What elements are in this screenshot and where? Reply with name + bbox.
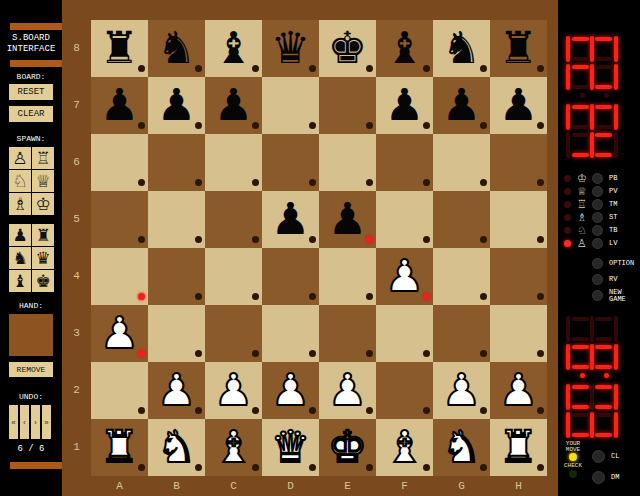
square-corner-led <box>252 464 259 471</box>
function-row-pv: ♕PV <box>558 185 640 198</box>
king-icon: ♔ <box>575 172 589 185</box>
rv-button-label: RV <box>609 273 640 286</box>
new-game-button[interactable] <box>592 290 603 301</box>
square-e7[interactable] <box>319 77 376 134</box>
square-f6[interactable] <box>376 134 433 191</box>
rank-label-2: 2 <box>62 362 91 419</box>
square-g2[interactable]: ♟ <box>433 362 490 419</box>
app-title-line1: S.BOARD <box>0 33 62 43</box>
square-e3[interactable] <box>319 305 376 362</box>
function-row-option: OPTION <box>558 257 640 270</box>
square-a1[interactable]: ♜ <box>91 419 148 476</box>
square-corner-led <box>138 65 145 72</box>
knight-icon: ♘ <box>575 224 589 237</box>
square-b8[interactable]: ♞ <box>148 20 205 77</box>
tm-button[interactable] <box>592 199 603 210</box>
square-e5[interactable]: ♟ <box>319 191 376 248</box>
square-corner-led <box>138 293 145 300</box>
square-f4[interactable]: ♟ <box>376 248 433 305</box>
square-corner-led <box>366 179 373 186</box>
square-e6[interactable] <box>319 134 376 191</box>
square-f5[interactable] <box>376 191 433 248</box>
square-corner-led <box>252 407 259 414</box>
square-corner-led <box>423 179 430 186</box>
square-corner-led <box>537 122 544 129</box>
square-a3[interactable]: ♟ <box>91 305 148 362</box>
square-corner-led <box>309 293 316 300</box>
square-f8[interactable]: ♝ <box>376 20 433 77</box>
option-button-label: OPTION <box>609 257 640 270</box>
pb-button-label: PB <box>609 172 640 185</box>
square-h5[interactable] <box>490 191 547 248</box>
square-h6[interactable] <box>490 134 547 191</box>
square-h1[interactable]: ♜ <box>490 419 547 476</box>
square-corner-led <box>195 122 202 129</box>
rank-label-6: 6 <box>62 134 91 191</box>
function-row-st: ♗ST <box>558 211 640 224</box>
square-corner-led <box>537 65 544 72</box>
chess-computer-app: S.BOARD INTERFACE BOARD: RESET CLEAR SPA… <box>0 0 640 496</box>
board-frame: 87654321 ♜♞♝♛♚♝♞♜♟♟♟♟♟♟♟♟♟♟♟♟♟♟♟♟♜♞♝♛♚♝♞… <box>62 0 558 496</box>
square-corner-led <box>480 407 487 414</box>
square-corner-led <box>480 350 487 357</box>
spawn-palette-white: ♙♖♘♕♗♔ <box>9 147 54 215</box>
square-corner-led <box>480 122 487 129</box>
square-corner-led <box>537 350 544 357</box>
square-a6[interactable] <box>91 134 148 191</box>
square-corner-led <box>252 179 259 186</box>
spawn-black-bishop[interactable]: ♝ <box>9 270 31 292</box>
square-f1[interactable]: ♝ <box>376 419 433 476</box>
your-move-led <box>569 453 577 461</box>
clear-button[interactable]: CLEAR <box>9 106 53 122</box>
square-e8[interactable]: ♚ <box>319 20 376 77</box>
square-g6[interactable] <box>433 134 490 191</box>
square-g3[interactable] <box>433 305 490 362</box>
square-a8[interactable]: ♜ <box>91 20 148 77</box>
tb-button[interactable] <box>592 225 603 236</box>
square-d1[interactable]: ♛ <box>262 419 319 476</box>
st-button-label: ST <box>609 211 640 224</box>
redo-button[interactable]: › <box>31 405 40 439</box>
rank-label-8: 8 <box>62 20 91 77</box>
display-colon <box>566 92 618 100</box>
square-d3[interactable] <box>262 305 319 362</box>
function-row-tm: ♖TM <box>558 198 640 211</box>
square-corner-led <box>309 179 316 186</box>
square-corner-led <box>138 407 145 414</box>
tb-led <box>564 227 571 234</box>
rank-label-5: 5 <box>62 191 91 248</box>
square-c1[interactable]: ♝ <box>205 419 262 476</box>
square-corner-led <box>195 236 202 243</box>
rank-label-3: 3 <box>62 305 91 362</box>
tb-button-label: TB <box>609 224 640 237</box>
pawn-icon: ♙ <box>575 237 589 250</box>
square-d4[interactable] <box>262 248 319 305</box>
function-row-new-game: NEW GAME <box>558 289 640 309</box>
square-corner-led <box>138 179 145 186</box>
square-c3[interactable] <box>205 305 262 362</box>
square-a2[interactable] <box>91 362 148 419</box>
cl-button-label: CL <box>611 450 640 463</box>
spawn-white-bishop[interactable]: ♗ <box>9 193 31 215</box>
square-e1[interactable]: ♚ <box>319 419 376 476</box>
display-digit-E <box>566 36 618 62</box>
square-c7[interactable]: ♟ <box>205 77 262 134</box>
redo-to-end-button[interactable]: » <box>42 405 51 439</box>
square-corner-led <box>138 350 145 357</box>
new-game-button-label: NEW GAME <box>609 289 640 303</box>
file-label-a: A <box>91 476 148 496</box>
square-h2[interactable]: ♟ <box>490 362 547 419</box>
display-digit-blank <box>566 316 618 342</box>
square-b2[interactable]: ♟ <box>148 362 205 419</box>
board-section-label: BOARD: <box>0 72 62 81</box>
square-corner-led <box>138 464 145 471</box>
square-d6[interactable] <box>262 134 319 191</box>
function-row-pb: ♔PB <box>558 172 640 185</box>
pv-button[interactable] <box>592 186 603 197</box>
square-corner-led <box>309 236 316 243</box>
square-f3[interactable] <box>376 305 433 362</box>
square-f7[interactable]: ♟ <box>376 77 433 134</box>
rank-label-7: 7 <box>62 77 91 134</box>
square-corner-led <box>423 464 430 471</box>
file-label-f: F <box>376 476 433 496</box>
square-c8[interactable]: ♝ <box>205 20 262 77</box>
hand-section-label: HAND: <box>0 301 62 310</box>
display-digit-4 <box>566 132 618 158</box>
square-g5[interactable] <box>433 191 490 248</box>
spawn-black-rook[interactable]: ♜ <box>32 224 54 246</box>
square-c4[interactable] <box>205 248 262 305</box>
pv-button-label: PV <box>609 185 640 198</box>
square-corner-led <box>423 236 430 243</box>
display-digit-E <box>566 104 618 130</box>
file-label-d: D <box>262 476 319 496</box>
lv-button[interactable] <box>592 238 603 249</box>
spawn-white-king[interactable]: ♔ <box>32 193 54 215</box>
square-corner-led <box>252 350 259 357</box>
file-label-e: E <box>319 476 376 496</box>
square-corner-led <box>309 464 316 471</box>
file-label-b: B <box>148 476 205 496</box>
pb-button[interactable] <box>592 173 603 184</box>
divider-bar <box>10 462 62 469</box>
spawn-white-queen[interactable]: ♕ <box>32 170 54 192</box>
spawn-black-pawn[interactable]: ♟ <box>9 224 31 246</box>
square-corner-led <box>252 293 259 300</box>
chess-board: ♜♞♝♛♚♝♞♜♟♟♟♟♟♟♟♟♟♟♟♟♟♟♟♟♜♞♝♛♚♝♞♜ <box>91 20 547 476</box>
spawn-white-pawn[interactable]: ♙ <box>9 147 31 169</box>
app-title-line2: INTERFACE <box>0 44 62 54</box>
rank-label-4: 4 <box>62 248 91 305</box>
square-b7[interactable]: ♟ <box>148 77 205 134</box>
right-panel: ♔PB♕PV♖TM♗ST♘TB♙LVOPTIONRVNEW GAME YOURM… <box>558 0 640 496</box>
display-digit-0 <box>566 384 618 410</box>
spawn-black-knight[interactable]: ♞ <box>9 247 31 269</box>
square-corner-led <box>195 407 202 414</box>
file-label-h: H <box>490 476 547 496</box>
rank-label-1: 1 <box>62 419 91 476</box>
square-corner-led <box>252 236 259 243</box>
square-corner-led <box>309 407 316 414</box>
square-corner-led <box>195 464 202 471</box>
cl-button[interactable] <box>592 450 605 463</box>
lv-button-label: LV <box>609 237 640 250</box>
display-colon <box>566 372 618 380</box>
square-corner-led <box>537 407 544 414</box>
queen-icon: ♕ <box>575 185 589 198</box>
check-led <box>569 470 577 478</box>
your-move-label: YOURMOVE <box>560 441 586 453</box>
hand-slot[interactable] <box>9 314 53 356</box>
function-row-lv: ♙LV <box>558 237 640 250</box>
square-b5[interactable] <box>148 191 205 248</box>
square-c2[interactable]: ♟ <box>205 362 262 419</box>
square-corner-led <box>366 407 373 414</box>
square-a7[interactable]: ♟ <box>91 77 148 134</box>
square-b6[interactable] <box>148 134 205 191</box>
dm-button[interactable] <box>592 471 605 484</box>
bishop-icon: ♗ <box>575 211 589 224</box>
tm-button-label: TM <box>609 198 640 211</box>
square-corner-led <box>309 122 316 129</box>
square-corner-led <box>195 293 202 300</box>
square-corner-led <box>138 236 145 243</box>
st-button[interactable] <box>592 212 603 223</box>
square-corner-led <box>423 293 430 300</box>
square-e4[interactable] <box>319 248 376 305</box>
square-g7[interactable]: ♟ <box>433 77 490 134</box>
undo-to-start-button[interactable]: « <box>9 405 18 439</box>
square-corner-led <box>366 236 373 243</box>
square-corner-led <box>423 350 430 357</box>
square-corner-led <box>423 65 430 72</box>
function-row-tb: ♘TB <box>558 224 640 237</box>
pb-led <box>564 175 571 182</box>
square-corner-led <box>195 350 202 357</box>
spawn-section-label: SPAWN: <box>0 134 62 143</box>
square-f2[interactable] <box>376 362 433 419</box>
option-button[interactable] <box>592 258 603 269</box>
square-corner-led <box>366 350 373 357</box>
square-corner-led <box>366 464 373 471</box>
function-row-rv: RV <box>558 273 640 286</box>
square-g4[interactable] <box>433 248 490 305</box>
square-h3[interactable] <box>490 305 547 362</box>
spawn-white-rook[interactable]: ♖ <box>32 147 54 169</box>
display-digit-8 <box>566 344 618 370</box>
square-d8[interactable]: ♛ <box>262 20 319 77</box>
square-a5[interactable] <box>91 191 148 248</box>
square-c6[interactable] <box>205 134 262 191</box>
st-led <box>564 214 571 221</box>
lv-led <box>564 240 571 247</box>
square-corner-led <box>537 236 544 243</box>
square-b1[interactable]: ♞ <box>148 419 205 476</box>
square-e2[interactable]: ♟ <box>319 362 376 419</box>
undo-button[interactable]: ‹ <box>20 405 29 439</box>
square-d2[interactable]: ♟ <box>262 362 319 419</box>
square-a4[interactable] <box>91 248 148 305</box>
square-h8[interactable]: ♜ <box>490 20 547 77</box>
square-corner-led <box>138 122 145 129</box>
square-corner-led <box>480 179 487 186</box>
square-h7[interactable]: ♟ <box>490 77 547 134</box>
square-corner-led <box>366 65 373 72</box>
square-corner-led <box>366 293 373 300</box>
square-corner-led <box>252 122 259 129</box>
square-g1[interactable]: ♞ <box>433 419 490 476</box>
display-digit-2 <box>566 64 618 90</box>
spawn-black-king[interactable]: ♚ <box>32 270 54 292</box>
undo-counter: 6 / 6 <box>0 444 62 454</box>
file-label-c: C <box>205 476 262 496</box>
square-corner-led <box>480 464 487 471</box>
square-corner-led <box>309 350 316 357</box>
square-h4[interactable] <box>490 248 547 305</box>
square-d7[interactable] <box>262 77 319 134</box>
square-corner-led <box>195 65 202 72</box>
square-corner-led <box>537 179 544 186</box>
square-corner-led <box>423 122 430 129</box>
square-corner-led <box>537 293 544 300</box>
square-corner-led <box>366 122 373 129</box>
pv-led <box>564 188 571 195</box>
undo-controls: «‹›» <box>9 405 51 439</box>
square-d5[interactable]: ♟ <box>262 191 319 248</box>
reset-button[interactable]: RESET <box>9 84 53 100</box>
tm-led <box>564 201 571 208</box>
undo-section-label: UNDO: <box>0 392 62 401</box>
spawn-black-queen[interactable]: ♛ <box>32 247 54 269</box>
dm-button-label: DM <box>611 471 640 484</box>
left-sidebar: S.BOARD INTERFACE BOARD: RESET CLEAR SPA… <box>0 0 62 496</box>
divider-bar <box>10 23 62 30</box>
square-corner-led <box>252 65 259 72</box>
file-label-g: G <box>433 476 490 496</box>
square-b4[interactable] <box>148 248 205 305</box>
divider-bar <box>10 60 62 67</box>
square-corner-led <box>480 293 487 300</box>
square-corner-led <box>195 179 202 186</box>
square-g8[interactable]: ♞ <box>433 20 490 77</box>
square-corner-led <box>480 236 487 243</box>
remove-button[interactable]: REMOVE <box>9 362 53 377</box>
rv-button[interactable] <box>592 274 603 285</box>
square-corner-led <box>423 407 430 414</box>
square-b3[interactable] <box>148 305 205 362</box>
spawn-white-knight[interactable]: ♘ <box>9 170 31 192</box>
square-corner-led <box>480 65 487 72</box>
square-corner-led <box>537 464 544 471</box>
square-c5[interactable] <box>205 191 262 248</box>
check-label: CHECK <box>558 463 588 469</box>
rook-icon: ♖ <box>575 198 589 211</box>
square-corner-led <box>309 65 316 72</box>
display-digit-3 <box>566 412 618 438</box>
spawn-palette-black: ♟♜♞♛♝♚ <box>9 224 54 292</box>
